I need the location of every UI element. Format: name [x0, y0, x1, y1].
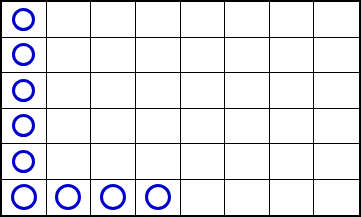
counter-circle [11, 184, 37, 210]
grid-cell-r4c8[interactable] [314, 109, 359, 145]
grid-cell-r4c7[interactable] [270, 109, 315, 145]
grid-cell-r3c8[interactable] [314, 73, 359, 109]
counting-grid-board [0, 0, 361, 217]
grid-cell-r5c3[interactable] [91, 144, 136, 180]
grid-cell-r6c6[interactable] [225, 180, 270, 216]
grid-cell-r2c1[interactable] [2, 38, 47, 74]
grid-cell-r4c4[interactable] [136, 109, 181, 145]
grid-cell-r1c2[interactable] [47, 2, 92, 38]
grid-cell-r2c7[interactable] [270, 38, 315, 74]
grid-cell-r5c6[interactable] [225, 144, 270, 180]
grid-cell-r2c2[interactable] [47, 38, 92, 74]
counter-circle [12, 150, 35, 173]
grid-cell-r5c8[interactable] [314, 144, 359, 180]
counter-circle [12, 79, 35, 102]
grid-cell-r3c5[interactable] [181, 73, 226, 109]
grid-cell-r2c4[interactable] [136, 38, 181, 74]
grid-cell-r4c3[interactable] [91, 109, 136, 145]
grid-cell-r2c3[interactable] [91, 38, 136, 74]
grid-cell-r2c5[interactable] [181, 38, 226, 74]
grid-cell-r6c3[interactable] [91, 180, 136, 216]
grid-cell-r2c6[interactable] [225, 38, 270, 74]
grid-cell-r4c1[interactable] [2, 109, 47, 145]
counter-circle [12, 114, 35, 137]
grid-cell-r1c4[interactable] [136, 2, 181, 38]
grid-cell-r5c5[interactable] [181, 144, 226, 180]
grid-cell-r3c1[interactable] [2, 73, 47, 109]
grid-cell-r6c2[interactable] [47, 180, 92, 216]
counter-circle [145, 184, 171, 210]
grid-cell-r3c7[interactable] [270, 73, 315, 109]
grid-cell-r6c5[interactable] [181, 180, 226, 216]
counter-circle [100, 184, 126, 210]
grid-cell-r3c2[interactable] [47, 73, 92, 109]
grid-cell-r3c4[interactable] [136, 73, 181, 109]
grid-cell-r1c5[interactable] [181, 2, 226, 38]
grid-cell-r3c6[interactable] [225, 73, 270, 109]
grid-cell-r6c7[interactable] [270, 180, 315, 216]
grid-cell-r1c3[interactable] [91, 2, 136, 38]
grid-cell-r6c1[interactable] [2, 180, 47, 216]
grid-cell-r4c2[interactable] [47, 109, 92, 145]
grid-cell-r5c2[interactable] [47, 144, 92, 180]
counter-circle [55, 184, 81, 210]
grid-cell-r5c4[interactable] [136, 144, 181, 180]
grid-cell-r6c4[interactable] [136, 180, 181, 216]
grid-cell-r1c1[interactable] [2, 2, 47, 38]
grid-cell-r6c8[interactable] [314, 180, 359, 216]
grid-cell-r3c3[interactable] [91, 73, 136, 109]
counter-circle [12, 8, 35, 31]
grid-cell-r5c1[interactable] [2, 144, 47, 180]
grid-cell-r1c7[interactable] [270, 2, 315, 38]
grid-cell-r4c5[interactable] [181, 109, 226, 145]
counter-circle [12, 43, 35, 66]
grid-cell-r1c6[interactable] [225, 2, 270, 38]
grid-cell-r1c8[interactable] [314, 2, 359, 38]
grid-cell-r2c8[interactable] [314, 38, 359, 74]
grid-cell-r4c6[interactable] [225, 109, 270, 145]
grid-cell-r5c7[interactable] [270, 144, 315, 180]
